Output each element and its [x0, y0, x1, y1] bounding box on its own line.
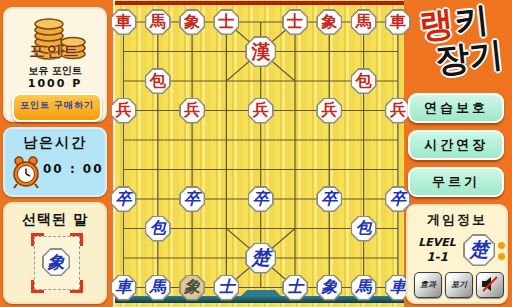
selection-corner-icon — [31, 233, 44, 246]
selected-piece-panel: 선택된 말 象 — [3, 202, 107, 304]
resign-button[interactable]: 포기 — [445, 272, 473, 298]
timer-panel: 남은시간 00 : 00 — [3, 127, 107, 197]
level-value: 1-1 — [414, 250, 460, 264]
turn-indicator-dot — [498, 242, 505, 249]
mute-button[interactable] — [476, 272, 504, 298]
game-info-title: 게임정보 — [408, 211, 506, 229]
logo-line2: 장기 — [425, 34, 512, 79]
timer-title: 남은시간 — [5, 134, 105, 152]
effects-button[interactable]: 효과 — [414, 272, 442, 298]
turn-indicator-piece: 楚 — [463, 234, 495, 266]
janggi-board[interactable]: 車馬象士士象馬車漢包包兵兵兵兵兵卒卒卒卒卒包包楚車馬象士士象馬車 — [113, 0, 404, 307]
selected-piece-preview: 象 — [42, 248, 70, 276]
game-info-panel: 게임정보 LEVEL 1-1 楚 효과 포기 — [406, 204, 508, 304]
selection-frame: 象 — [34, 236, 80, 290]
app-logo: 랭키 장기 — [400, 0, 512, 95]
held-points-label: 보유 포인트 — [5, 64, 105, 78]
muted-speaker-icon — [481, 276, 499, 292]
undo-button[interactable]: 무르기 — [408, 167, 504, 197]
selection-corner-icon — [31, 280, 44, 293]
selection-corner-icon — [70, 280, 83, 293]
remaining-time-value: 00 : 00 — [43, 162, 104, 176]
held-points-value: 1000 P — [5, 77, 105, 90]
points-panel: 포인트 보유 포인트 1000 P 포인트 구매하기 — [3, 7, 107, 122]
points-title: 포인트 — [5, 42, 105, 61]
level-label: LEVEL — [414, 236, 460, 249]
selected-piece-title: 선택된 말 — [5, 211, 105, 229]
turn-indicator-dot — [498, 253, 505, 260]
time-extend-button[interactable]: 시간연장 — [408, 130, 504, 160]
janggi-app: 포인트 보유 포인트 1000 P 포인트 구매하기 남은시간 00 : 00 … — [0, 0, 512, 307]
alarm-clock-icon — [10, 154, 42, 190]
streak-protect-button[interactable]: 연습보호 — [408, 93, 504, 123]
buy-points-button[interactable]: 포인트 구매하기 — [12, 93, 102, 122]
selection-corner-icon — [70, 233, 83, 246]
